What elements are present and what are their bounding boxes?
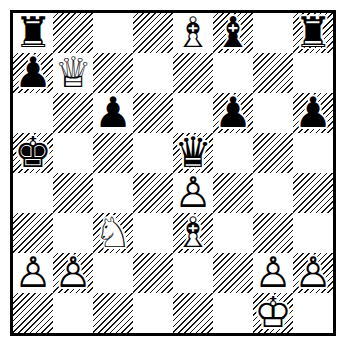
white-pawn-icon: ♙	[253, 253, 293, 293]
white-king-icon: ♔	[253, 293, 293, 333]
square-f5[interactable]	[213, 133, 253, 173]
white-pawn-icon: ♙	[53, 253, 93, 293]
square-e6[interactable]	[173, 93, 213, 133]
white-pawn-fill-icon: ♟	[293, 253, 333, 293]
white-pawn-icon: ♙	[293, 253, 333, 293]
white-queen-b7[interactable]: ♛♕	[53, 53, 93, 93]
white-pawn-fill-icon: ♟	[13, 253, 53, 293]
white-pawn-fill-icon: ♟	[53, 253, 93, 293]
square-c3[interactable]: ♞♘	[93, 213, 133, 253]
square-h8[interactable]: ♜	[293, 13, 333, 53]
square-h6[interactable]: ♟	[293, 93, 333, 133]
square-b8[interactable]	[53, 13, 93, 53]
white-bishop-fill-icon: ♝	[173, 13, 213, 53]
chess-board-frame: ♜♝♗♝♜♟♛♕♟♟♟♚♛♟♙♞♘♝♗♟♙♟♙♟♙♟♙♚♔	[10, 10, 336, 336]
square-a7[interactable]: ♟	[13, 53, 53, 93]
white-queen-fill-icon: ♛	[53, 53, 93, 93]
square-d5[interactable]	[133, 133, 173, 173]
square-h4[interactable]	[293, 173, 333, 213]
white-king-fill-icon: ♚	[253, 293, 293, 333]
square-c7[interactable]	[93, 53, 133, 93]
square-f4[interactable]	[213, 173, 253, 213]
square-g8[interactable]	[253, 13, 293, 53]
square-g1[interactable]: ♚♔	[253, 293, 293, 333]
chess-board: ♜♝♗♝♜♟♛♕♟♟♟♚♛♟♙♞♘♝♗♟♙♟♙♟♙♟♙♚♔	[13, 13, 333, 333]
square-d7[interactable]	[133, 53, 173, 93]
black-queen-icon: ♛	[173, 133, 213, 173]
square-h2[interactable]: ♟♙	[293, 253, 333, 293]
square-b3[interactable]	[53, 213, 93, 253]
white-knight-c3[interactable]: ♞♘	[93, 213, 133, 253]
black-pawn-f6[interactable]: ♟	[213, 93, 253, 133]
square-f7[interactable]	[213, 53, 253, 93]
black-rook-a8[interactable]: ♜	[13, 13, 53, 53]
black-pawn-a7[interactable]: ♟	[13, 53, 53, 93]
black-king-a5[interactable]: ♚	[13, 133, 53, 173]
black-pawn-c6[interactable]: ♟	[93, 93, 133, 133]
square-b1[interactable]	[53, 293, 93, 333]
square-b6[interactable]	[53, 93, 93, 133]
square-e7[interactable]	[173, 53, 213, 93]
square-e2[interactable]	[173, 253, 213, 293]
black-pawn-h6[interactable]: ♟	[293, 93, 333, 133]
black-bishop-f8[interactable]: ♝	[213, 13, 253, 53]
black-pawn-icon: ♟	[213, 93, 253, 133]
square-f2[interactable]	[213, 253, 253, 293]
black-bishop-icon: ♝	[213, 13, 253, 53]
square-b4[interactable]	[53, 173, 93, 213]
square-c2[interactable]	[93, 253, 133, 293]
square-a3[interactable]	[13, 213, 53, 253]
square-c8[interactable]	[93, 13, 133, 53]
square-g6[interactable]	[253, 93, 293, 133]
square-h1[interactable]	[293, 293, 333, 333]
square-a2[interactable]: ♟♙	[13, 253, 53, 293]
square-g4[interactable]	[253, 173, 293, 213]
square-g7[interactable]	[253, 53, 293, 93]
square-d8[interactable]	[133, 13, 173, 53]
square-f6[interactable]: ♟	[213, 93, 253, 133]
square-e3[interactable]: ♝♗	[173, 213, 213, 253]
square-d6[interactable]	[133, 93, 173, 133]
white-pawn-e4[interactable]: ♟♙	[173, 173, 213, 213]
square-h7[interactable]	[293, 53, 333, 93]
white-pawn-b2[interactable]: ♟♙	[53, 253, 93, 293]
square-d3[interactable]	[133, 213, 173, 253]
square-f8[interactable]: ♝	[213, 13, 253, 53]
square-a4[interactable]	[13, 173, 53, 213]
square-g2[interactable]: ♟♙	[253, 253, 293, 293]
white-queen-icon: ♕	[53, 53, 93, 93]
square-a6[interactable]	[13, 93, 53, 133]
square-e8[interactable]: ♝♗	[173, 13, 213, 53]
white-bishop-icon: ♗	[173, 213, 213, 253]
white-bishop-e3[interactable]: ♝♗	[173, 213, 213, 253]
square-e5[interactable]: ♛	[173, 133, 213, 173]
black-rook-icon: ♜	[13, 13, 53, 53]
square-h3[interactable]	[293, 213, 333, 253]
white-pawn-g2[interactable]: ♟♙	[253, 253, 293, 293]
square-c5[interactable]	[93, 133, 133, 173]
white-pawn-a2[interactable]: ♟♙	[13, 253, 53, 293]
square-b2[interactable]: ♟♙	[53, 253, 93, 293]
square-c6[interactable]: ♟	[93, 93, 133, 133]
black-rook-icon: ♜	[293, 13, 333, 53]
square-b7[interactable]: ♛♕	[53, 53, 93, 93]
square-d2[interactable]	[133, 253, 173, 293]
black-pawn-icon: ♟	[293, 93, 333, 133]
white-bishop-e8[interactable]: ♝♗	[173, 13, 213, 53]
white-pawn-h2[interactable]: ♟♙	[293, 253, 333, 293]
square-e1[interactable]	[173, 293, 213, 333]
square-c4[interactable]	[93, 173, 133, 213]
square-d4[interactable]	[133, 173, 173, 213]
black-pawn-icon: ♟	[93, 93, 133, 133]
white-king-g1[interactable]: ♚♔	[253, 293, 293, 333]
white-knight-icon: ♘	[93, 213, 133, 253]
black-rook-h8[interactable]: ♜	[293, 13, 333, 53]
square-g3[interactable]	[253, 213, 293, 253]
square-f1[interactable]	[213, 293, 253, 333]
square-h5[interactable]	[293, 133, 333, 173]
square-d1[interactable]	[133, 293, 173, 333]
square-c1[interactable]	[93, 293, 133, 333]
white-knight-fill-icon: ♞	[93, 213, 133, 253]
square-a5[interactable]: ♚	[13, 133, 53, 173]
square-a8[interactable]: ♜	[13, 13, 53, 53]
square-e4[interactable]: ♟♙	[173, 173, 213, 213]
white-bishop-icon: ♗	[173, 13, 213, 53]
white-pawn-icon: ♙	[13, 253, 53, 293]
black-king-icon: ♚	[13, 133, 53, 173]
square-g5[interactable]	[253, 133, 293, 173]
square-a1[interactable]	[13, 293, 53, 333]
black-pawn-icon: ♟	[13, 53, 53, 93]
white-pawn-fill-icon: ♟	[253, 253, 293, 293]
white-pawn-fill-icon: ♟	[173, 173, 213, 213]
white-pawn-icon: ♙	[173, 173, 213, 213]
white-bishop-fill-icon: ♝	[173, 213, 213, 253]
black-queen-e5[interactable]: ♛	[173, 133, 213, 173]
square-b5[interactable]	[53, 133, 93, 173]
square-f3[interactable]	[213, 213, 253, 253]
